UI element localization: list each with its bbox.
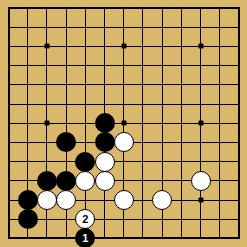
grid-line-vertical bbox=[219, 8, 220, 238]
hoshi-star-point bbox=[121, 121, 126, 126]
grid-line-vertical bbox=[181, 8, 182, 238]
grid-line-horizontal bbox=[9, 161, 239, 162]
hoshi-star-point bbox=[198, 121, 203, 126]
black-stone bbox=[56, 171, 76, 191]
black-stone bbox=[56, 132, 76, 152]
grid-line-horizontal bbox=[9, 219, 239, 220]
move-number-label: 2 bbox=[82, 214, 88, 225]
black-stone-move-1: 1 bbox=[75, 228, 95, 247]
white-stone bbox=[56, 190, 76, 210]
black-stone bbox=[95, 113, 115, 133]
move-number-label: 1 bbox=[82, 233, 88, 244]
black-stone bbox=[95, 132, 115, 152]
white-stone bbox=[95, 171, 115, 191]
white-stone bbox=[114, 132, 134, 152]
white-stone bbox=[152, 190, 172, 210]
hoshi-star-point bbox=[121, 44, 126, 49]
black-stone bbox=[18, 190, 38, 210]
black-stone bbox=[37, 171, 57, 191]
go-board[interactable]: 21 bbox=[0, 0, 247, 247]
white-stone bbox=[114, 190, 134, 210]
white-stone-move-2: 2 bbox=[75, 209, 95, 229]
white-stone bbox=[75, 171, 95, 191]
black-stone bbox=[18, 209, 38, 229]
grid-line-vertical bbox=[142, 8, 143, 238]
hoshi-star-point bbox=[198, 44, 203, 49]
hoshi-star-point bbox=[44, 121, 49, 126]
white-stone bbox=[37, 190, 57, 210]
white-stone bbox=[191, 171, 211, 191]
white-stone bbox=[95, 152, 115, 172]
hoshi-star-point bbox=[198, 198, 203, 203]
black-stone bbox=[75, 152, 95, 172]
hoshi-star-point bbox=[44, 44, 49, 49]
